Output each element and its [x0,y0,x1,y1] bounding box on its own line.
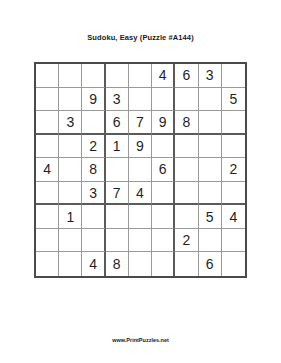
sudoku-cell-empty [129,229,152,253]
sudoku-cell-empty [59,88,82,112]
sudoku-cell-given: 6 [152,158,175,182]
sudoku-cell-empty [36,205,59,229]
sudoku-cell-empty [129,88,152,112]
sudoku-cell-empty [175,158,198,182]
sudoku-cell-empty [152,88,175,112]
sudoku-cell-empty [175,88,198,112]
sudoku-cell-given: 6 [175,64,198,88]
printable-sudoku-page: Sudoku, Easy (Puzzle #A144) 463935367982… [0,0,281,363]
sudoku-cell-empty [59,135,82,159]
sudoku-cell-given: 5 [199,205,222,229]
sudoku-cell-empty [106,229,129,253]
sudoku-cell-given: 4 [152,64,175,88]
sudoku-cell-empty [129,64,152,88]
sudoku-cell-empty [36,111,59,135]
sudoku-cell-empty [199,158,222,182]
sudoku-cell-empty [152,182,175,206]
sudoku-grid: 4639353679821948623741542486 [34,62,247,278]
sudoku-cell-given: 9 [152,111,175,135]
sudoku-cell-given: 5 [222,88,245,112]
sudoku-cell-empty [106,64,129,88]
footer-url: www.PrintPuzzles.net [0,337,281,343]
sudoku-cell-given: 4 [82,252,105,276]
sudoku-cell-given: 6 [106,111,129,135]
sudoku-cell-empty [175,205,198,229]
sudoku-cell-empty [59,229,82,253]
sudoku-cell-empty [199,88,222,112]
sudoku-cell-empty [199,229,222,253]
sudoku-cell-empty [129,205,152,229]
sudoku-cell-empty [82,229,105,253]
sudoku-cell-empty [175,135,198,159]
sudoku-cell-empty [152,135,175,159]
sudoku-cell-empty [106,205,129,229]
sudoku-cell-empty [152,252,175,276]
sudoku-cell-empty [222,111,245,135]
sudoku-cell-given: 4 [129,182,152,206]
sudoku-cell-empty [82,205,105,229]
sudoku-cell-given: 3 [82,182,105,206]
sudoku-cell-empty [59,182,82,206]
puzzle-title: Sudoku, Easy (Puzzle #A144) [0,33,281,42]
sudoku-cell-empty [59,158,82,182]
sudoku-cell-empty [129,252,152,276]
sudoku-cell-given: 8 [175,111,198,135]
sudoku-cell-given: 4 [36,158,59,182]
sudoku-cell-empty [152,229,175,253]
sudoku-cell-empty [175,252,198,276]
sudoku-cell-given: 1 [59,205,82,229]
sudoku-cell-given: 3 [59,111,82,135]
sudoku-cell-empty [36,229,59,253]
sudoku-cell-empty [36,252,59,276]
sudoku-cell-empty [222,135,245,159]
sudoku-cell-empty [82,111,105,135]
sudoku-cell-empty [199,135,222,159]
sudoku-cell-empty [175,182,198,206]
sudoku-cell-given: 3 [199,64,222,88]
sudoku-cell-empty [36,135,59,159]
sudoku-cell-given: 7 [106,182,129,206]
sudoku-cell-given: 8 [82,158,105,182]
sudoku-cell-given: 1 [106,135,129,159]
sudoku-cell-empty [82,64,105,88]
sudoku-cell-given: 3 [106,88,129,112]
sudoku-cell-empty [199,182,222,206]
sudoku-cell-empty [222,252,245,276]
sudoku-cell-given: 2 [82,135,105,159]
sudoku-cell-empty [222,182,245,206]
sudoku-cell-given: 2 [175,229,198,253]
sudoku-cell-empty [222,229,245,253]
sudoku-cell-empty [59,252,82,276]
sudoku-cell-empty [152,205,175,229]
sudoku-cell-given: 8 [106,252,129,276]
sudoku-cell-empty [36,64,59,88]
sudoku-cell-given: 4 [222,205,245,229]
sudoku-cell-given: 6 [199,252,222,276]
sudoku-cell-empty [36,88,59,112]
sudoku-cell-empty [222,64,245,88]
sudoku-cell-empty [106,158,129,182]
sudoku-cell-given: 2 [222,158,245,182]
sudoku-cell-empty [199,111,222,135]
sudoku-cell-given: 7 [129,111,152,135]
sudoku-cell-given: 9 [82,88,105,112]
sudoku-cell-empty [59,64,82,88]
sudoku-cell-empty [36,182,59,206]
sudoku-cell-empty [129,158,152,182]
sudoku-cell-given: 9 [129,135,152,159]
